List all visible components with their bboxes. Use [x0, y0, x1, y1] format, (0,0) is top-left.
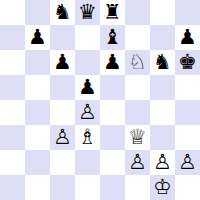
square-c1[interactable]	[50, 175, 75, 200]
white-bishop: ♗	[78, 125, 97, 150]
white-pawn: ♙	[53, 125, 72, 150]
square-c8[interactable]: ♞	[50, 0, 75, 25]
square-g7[interactable]	[150, 25, 175, 50]
square-d7[interactable]	[75, 25, 100, 50]
square-a4[interactable]	[0, 100, 25, 125]
square-b1[interactable]	[25, 175, 50, 200]
square-b8[interactable]	[25, 0, 50, 25]
square-b6[interactable]	[25, 50, 50, 75]
square-d1[interactable]	[75, 175, 100, 200]
square-a6[interactable]	[0, 50, 25, 75]
square-a5[interactable]	[0, 75, 25, 100]
black-rook: ♜	[103, 0, 122, 25]
square-h7[interactable]: ♟	[175, 25, 200, 50]
black-king: ♚	[178, 50, 197, 75]
square-g3[interactable]	[150, 125, 175, 150]
square-h1[interactable]	[175, 175, 200, 200]
black-queen: ♛	[78, 0, 97, 25]
square-d2[interactable]	[75, 150, 100, 175]
square-c7[interactable]	[50, 25, 75, 50]
square-g1[interactable]: ♔	[150, 175, 175, 200]
square-d3[interactable]: ♗	[75, 125, 100, 150]
square-f5[interactable]	[125, 75, 150, 100]
square-g8[interactable]	[150, 0, 175, 25]
square-b5[interactable]	[25, 75, 50, 100]
black-knight: ♞	[53, 0, 72, 25]
square-a2[interactable]	[0, 150, 25, 175]
square-a1[interactable]	[0, 175, 25, 200]
square-h5[interactable]	[175, 75, 200, 100]
square-e2[interactable]	[100, 150, 125, 175]
square-e7[interactable]: ♝	[100, 25, 125, 50]
square-g4[interactable]	[150, 100, 175, 125]
black-knight: ♞	[153, 50, 172, 75]
square-h8[interactable]	[175, 0, 200, 25]
square-d6[interactable]	[75, 50, 100, 75]
white-pawn: ♙	[153, 150, 172, 175]
square-e6[interactable]: ♟	[100, 50, 125, 75]
white-pawn: ♙	[78, 100, 97, 125]
white-queen: ♕	[128, 125, 147, 150]
chess-board: ♞♛♜♟♝♟♟♟♘♞♚♟♙♙♗♕♙♙♙♔	[0, 0, 200, 200]
square-d4[interactable]: ♙	[75, 100, 100, 125]
square-g2[interactable]: ♙	[150, 150, 175, 175]
square-b2[interactable]	[25, 150, 50, 175]
black-pawn: ♟	[103, 50, 122, 75]
white-pawn: ♙	[178, 150, 197, 175]
square-f8[interactable]	[125, 0, 150, 25]
black-bishop: ♝	[103, 25, 122, 50]
black-pawn: ♟	[53, 50, 72, 75]
square-d5[interactable]: ♟	[75, 75, 100, 100]
square-e3[interactable]	[100, 125, 125, 150]
square-d8[interactable]: ♛	[75, 0, 100, 25]
square-f7[interactable]	[125, 25, 150, 50]
square-g5[interactable]	[150, 75, 175, 100]
square-e4[interactable]	[100, 100, 125, 125]
square-a8[interactable]	[0, 0, 25, 25]
square-c3[interactable]: ♙	[50, 125, 75, 150]
square-b7[interactable]: ♟	[25, 25, 50, 50]
square-c4[interactable]	[50, 100, 75, 125]
square-e5[interactable]	[100, 75, 125, 100]
square-f6[interactable]: ♘	[125, 50, 150, 75]
square-e8[interactable]: ♜	[100, 0, 125, 25]
black-pawn: ♟	[178, 25, 197, 50]
black-pawn: ♟	[28, 25, 47, 50]
square-b3[interactable]	[25, 125, 50, 150]
square-f3[interactable]: ♕	[125, 125, 150, 150]
square-c6[interactable]: ♟	[50, 50, 75, 75]
square-f4[interactable]	[125, 100, 150, 125]
white-king: ♔	[153, 175, 172, 200]
white-pawn: ♙	[128, 150, 147, 175]
square-a3[interactable]	[0, 125, 25, 150]
square-h4[interactable]	[175, 100, 200, 125]
square-a7[interactable]	[0, 25, 25, 50]
square-f1[interactable]	[125, 175, 150, 200]
square-h3[interactable]	[175, 125, 200, 150]
black-pawn: ♟	[78, 75, 97, 100]
square-h6[interactable]: ♚	[175, 50, 200, 75]
square-e1[interactable]	[100, 175, 125, 200]
white-knight: ♘	[128, 50, 147, 75]
square-g6[interactable]: ♞	[150, 50, 175, 75]
square-h2[interactable]: ♙	[175, 150, 200, 175]
square-f2[interactable]: ♙	[125, 150, 150, 175]
square-c2[interactable]	[50, 150, 75, 175]
square-b4[interactable]	[25, 100, 50, 125]
square-c5[interactable]	[50, 75, 75, 100]
